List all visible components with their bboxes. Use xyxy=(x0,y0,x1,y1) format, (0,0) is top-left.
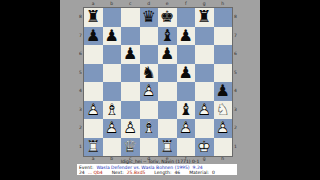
move-text: ... Qb4 xyxy=(88,170,103,175)
black-p-piece: ♟ xyxy=(121,45,140,64)
white-r-piece: ♖ xyxy=(158,138,177,157)
white-p-piece: ♙ xyxy=(140,82,159,101)
square-d8: ♛ xyxy=(140,8,159,27)
move-number: 24 xyxy=(79,170,85,175)
coord-label: 4 xyxy=(78,82,83,101)
coord-label: 8 xyxy=(233,8,238,27)
coord-label: 8 xyxy=(78,8,83,27)
square-b2: ♟♙ xyxy=(103,119,122,138)
black-b-piece: ♝ xyxy=(158,27,177,46)
square-a5 xyxy=(84,64,103,83)
white-k-piece: ♔ xyxy=(195,138,214,157)
square-e5 xyxy=(158,64,177,83)
square-g5 xyxy=(195,64,214,83)
coord-label: 5 xyxy=(233,64,238,83)
square-h8 xyxy=(214,8,233,27)
coord-label: 1 xyxy=(233,138,238,157)
square-g6 xyxy=(195,45,214,64)
square-f8 xyxy=(177,8,196,27)
coord-label: a xyxy=(84,2,103,7)
white-p-piece: ♙ xyxy=(195,101,214,120)
square-d3 xyxy=(140,101,159,120)
black-p-piece: ♟ xyxy=(177,64,196,83)
material-text: 0 xyxy=(212,170,215,175)
black-n-piece: ♞ xyxy=(140,64,159,83)
black-q-piece: ♛ xyxy=(140,8,159,27)
square-b5 xyxy=(103,64,122,83)
square-d4: ♟♙ xyxy=(140,82,159,101)
white-q-piece: ♕ xyxy=(121,138,140,157)
coord-label: e xyxy=(158,2,177,7)
white-p-piece: ♙ xyxy=(177,119,196,138)
square-e4 xyxy=(158,82,177,101)
square-d2: ♝♗ xyxy=(140,119,159,138)
left-black-bar xyxy=(0,0,60,180)
white-n-piece: ♘ xyxy=(214,101,233,120)
rank-labels-left: 87654321 xyxy=(78,8,83,156)
white-p-piece: ♙ xyxy=(214,119,233,138)
square-f2: ♟♙ xyxy=(177,119,196,138)
length-text: 46 xyxy=(174,170,180,175)
white-p-piece: ♙ xyxy=(103,119,122,138)
square-b3: ♝♗ xyxy=(103,101,122,120)
square-f7: ♟ xyxy=(177,27,196,46)
black-p-piece: ♟ xyxy=(158,45,177,64)
square-f5: ♟ xyxy=(177,64,196,83)
square-c8 xyxy=(121,8,140,27)
square-e8: ♚ xyxy=(158,8,177,27)
black-k-piece: ♚ xyxy=(158,8,177,27)
video-frame: abcdefgh abcdefgh 87654321 87654321 ♜♛♚♜… xyxy=(0,0,320,180)
square-b8 xyxy=(103,8,122,27)
black-p-piece: ♟ xyxy=(214,82,233,101)
coord-label: 1 xyxy=(78,138,83,157)
white-r-piece: ♖ xyxy=(84,138,103,157)
square-b7: ♟ xyxy=(103,27,122,46)
coord-label: 7 xyxy=(78,27,83,46)
square-c6: ♟ xyxy=(121,45,140,64)
square-d7 xyxy=(140,27,159,46)
game-info-box: Event: Wasla Defender vs. Wasla Bohnen (… xyxy=(77,164,237,175)
square-f1 xyxy=(177,138,196,157)
square-h6 xyxy=(214,45,233,64)
square-b4 xyxy=(103,82,122,101)
square-c5 xyxy=(121,64,140,83)
square-d6 xyxy=(140,45,159,64)
coord-label: h xyxy=(214,2,233,7)
square-h1 xyxy=(214,138,233,157)
square-a6 xyxy=(84,45,103,64)
square-h4: ♟ xyxy=(214,82,233,101)
square-h7 xyxy=(214,27,233,46)
black-r-piece: ♜ xyxy=(195,8,214,27)
coord-label: d xyxy=(140,2,159,7)
black-p-piece: ♟ xyxy=(177,27,196,46)
square-f6 xyxy=(177,45,196,64)
coord-label: 4 xyxy=(233,82,238,101)
square-c2: ♟♙ xyxy=(121,119,140,138)
coord-label: b xyxy=(103,2,122,7)
length-label: Length: xyxy=(154,170,171,175)
square-e3 xyxy=(158,101,177,120)
square-d1 xyxy=(140,138,159,157)
square-c1: ♛♕ xyxy=(121,138,140,157)
move-line: 24 ... Qb4 Next: 25.Bxd5 Length: 46 Mate… xyxy=(79,170,235,175)
square-f4 xyxy=(177,82,196,101)
square-b6 xyxy=(103,45,122,64)
white-p-piece: ♙ xyxy=(121,119,140,138)
square-h2: ♟♙ xyxy=(214,119,233,138)
material-label: Material: xyxy=(189,170,209,175)
square-c4 xyxy=(121,82,140,101)
square-a4 xyxy=(84,82,103,101)
black-p-piece: ♟ xyxy=(84,27,103,46)
next-label: Next: xyxy=(112,170,124,175)
coord-label: 2 xyxy=(233,119,238,138)
square-e1: ♜♖ xyxy=(158,138,177,157)
next-text: 25.Bxd5 xyxy=(127,170,146,175)
white-p-piece: ♙ xyxy=(84,101,103,120)
coord-label: 3 xyxy=(233,101,238,120)
square-g1: ♚♔ xyxy=(195,138,214,157)
coord-label: 2 xyxy=(78,119,83,138)
coord-label: 3 xyxy=(78,101,83,120)
square-e2 xyxy=(158,119,177,138)
square-a8: ♜ xyxy=(84,8,103,27)
square-e7: ♝ xyxy=(158,27,177,46)
coord-label: c xyxy=(121,2,140,7)
square-f3: ♝ xyxy=(177,101,196,120)
square-a2 xyxy=(84,119,103,138)
black-b-piece: ♝ xyxy=(177,101,196,120)
coord-label: f xyxy=(177,2,196,7)
coord-label: g xyxy=(195,2,214,7)
coord-label: 7 xyxy=(233,27,238,46)
square-g2 xyxy=(195,119,214,138)
rank-labels-right: 87654321 xyxy=(233,8,238,156)
black-r-piece: ♜ xyxy=(84,8,103,27)
square-h3: ♞♘ xyxy=(214,101,233,120)
square-h5 xyxy=(214,64,233,83)
square-c3 xyxy=(121,101,140,120)
square-e6: ♟ xyxy=(158,45,177,64)
square-c7 xyxy=(121,27,140,46)
white-b-piece: ♗ xyxy=(140,119,159,138)
chess-board: ♜♛♚♜♟♟♝♟♟♟♞♟♟♙♟♟♙♝♗♝♟♙♞♘♟♙♟♙♝♗♟♙♟♙♜♖♛♕♜♖… xyxy=(84,8,232,156)
coord-label: 6 xyxy=(78,45,83,64)
right-black-bar xyxy=(260,0,320,180)
coord-label: 6 xyxy=(233,45,238,64)
coord-label: 5 xyxy=(78,64,83,83)
square-g4 xyxy=(195,82,214,101)
file-labels-top: abcdefgh xyxy=(84,2,232,7)
white-b-piece: ♗ xyxy=(103,101,122,120)
square-d5: ♞ xyxy=(140,64,159,83)
square-g8: ♜ xyxy=(195,8,214,27)
square-a1: ♜♖ xyxy=(84,138,103,157)
square-a3: ♟♙ xyxy=(84,101,103,120)
square-b1 xyxy=(103,138,122,157)
square-g3: ♟♙ xyxy=(195,101,214,120)
square-a7: ♟ xyxy=(84,27,103,46)
black-p-piece: ♟ xyxy=(103,27,122,46)
square-g7 xyxy=(195,27,214,46)
